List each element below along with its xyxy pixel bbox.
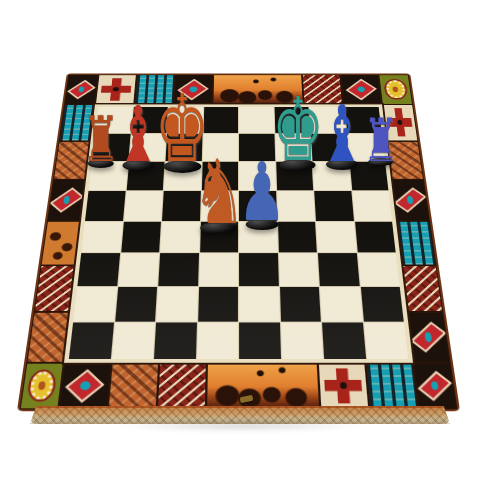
square-f2[interactable] [279, 287, 320, 322]
floor-shadow [60, 418, 420, 434]
square-c2[interactable] [156, 287, 197, 322]
square-b5[interactable] [124, 191, 163, 221]
border-motif-corner-sun [378, 75, 413, 105]
square-d3[interactable] [199, 253, 238, 286]
border-motif-zigzag [157, 363, 207, 410]
square-b4[interactable] [121, 221, 161, 252]
border-motif-diamond [58, 363, 111, 410]
square-h4[interactable] [355, 221, 396, 252]
border-motif-diamond [391, 180, 430, 221]
square-h3[interactable] [357, 253, 399, 286]
square-b2[interactable] [115, 287, 157, 322]
frame-band-bottom [19, 363, 457, 410]
square-e3[interactable] [239, 253, 278, 286]
square-g1[interactable] [322, 323, 366, 359]
border-motif-scene [206, 363, 321, 410]
square-a5[interactable] [85, 191, 125, 221]
square-f3[interactable] [278, 253, 318, 286]
border-motif-diamond [407, 312, 451, 363]
square-c3[interactable] [158, 253, 198, 286]
border-motif-birds [41, 221, 81, 265]
square-h5[interactable] [352, 191, 392, 221]
border-motif-corner-diamond [64, 75, 99, 105]
square-g5[interactable] [314, 191, 353, 221]
square-d2[interactable] [198, 287, 238, 322]
square-f1[interactable] [281, 323, 324, 359]
square-c1[interactable] [154, 323, 197, 359]
border-motif-cross [318, 363, 370, 410]
square-g3[interactable] [318, 253, 359, 286]
border-motif-diamond [47, 180, 86, 221]
border-motif-zigzag [401, 265, 443, 312]
piece-d4-inca-knight[interactable]: ♞ [179, 155, 259, 234]
square-b1[interactable] [111, 323, 155, 359]
square-a1[interactable] [69, 323, 114, 359]
square-h1[interactable] [363, 323, 408, 359]
square-a2[interactable] [73, 287, 116, 322]
square-a4[interactable] [81, 221, 122, 252]
knight-glyph: ♞ [193, 155, 246, 228]
bishop-glyph: ♝ [319, 101, 365, 165]
square-e1[interactable] [239, 323, 280, 359]
square-h2[interactable] [360, 287, 403, 322]
square-g4[interactable] [316, 221, 356, 252]
piece-g6-spanish-bishop[interactable]: ♝ [307, 101, 377, 170]
square-b3[interactable] [118, 253, 159, 286]
product-photo-scene: ♜♝♚♞♟♚♝♜ [0, 0, 480, 480]
border-motif-steps [26, 312, 70, 363]
square-g2[interactable] [320, 287, 362, 322]
square-a3[interactable] [77, 253, 119, 286]
border-motif-arrows [365, 363, 418, 410]
square-d1[interactable] [196, 323, 237, 359]
border-motif-corner-sun [19, 363, 63, 410]
border-motif-steps [107, 363, 159, 410]
square-e2[interactable] [239, 287, 279, 322]
border-motif-corner-diamond [413, 363, 457, 410]
border-motif-zigzag [34, 265, 76, 312]
border-motif-arrows [396, 221, 436, 265]
